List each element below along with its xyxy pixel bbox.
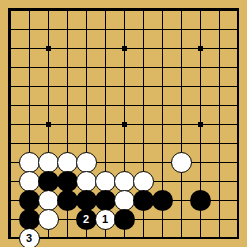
black-stone xyxy=(190,190,211,211)
black-stone xyxy=(114,209,135,230)
move-1-stone: 1 xyxy=(95,209,116,230)
white-stone xyxy=(114,171,135,192)
white-stone xyxy=(76,152,97,173)
black-stone xyxy=(76,190,97,211)
go-diagram: 213 xyxy=(0,0,247,247)
star-point xyxy=(46,122,51,127)
black-stone xyxy=(133,190,154,211)
white-stone xyxy=(19,171,40,192)
black-stone xyxy=(95,190,116,211)
white-stone xyxy=(38,152,59,173)
white-stone xyxy=(57,152,78,173)
white-stone xyxy=(133,171,154,192)
black-stone xyxy=(152,190,173,211)
star-point xyxy=(198,122,203,127)
goban: 213 xyxy=(0,0,247,247)
white-stone xyxy=(171,152,192,173)
star-point xyxy=(122,122,127,127)
white-stone xyxy=(114,190,135,211)
white-stone xyxy=(38,209,59,230)
star-point xyxy=(46,46,51,51)
black-stone xyxy=(57,190,78,211)
black-stone xyxy=(19,190,40,211)
white-stone xyxy=(38,190,59,211)
star-point xyxy=(122,46,127,51)
star-point xyxy=(198,46,203,51)
black-stone xyxy=(38,171,59,192)
move-3-stone: 3 xyxy=(19,228,40,247)
black-stone xyxy=(19,209,40,230)
move-2-stone: 2 xyxy=(76,209,97,230)
white-stone xyxy=(76,171,97,192)
white-stone xyxy=(19,152,40,173)
white-stone xyxy=(95,171,116,192)
black-stone xyxy=(57,171,78,192)
